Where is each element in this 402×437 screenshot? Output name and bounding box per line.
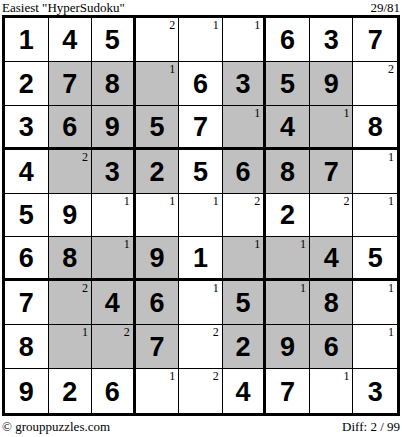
cell-r5c9[interactable]: 1 [353,194,397,238]
cell-value: 5 [19,200,34,229]
cell-r4c2[interactable]: 2 [49,150,93,194]
cell-r1c8[interactable]: 3 [310,18,354,62]
cell-r5c3[interactable]: 1 [92,194,136,238]
cell-r2c3[interactable]: 8 [92,62,136,106]
cell-value: 6 [193,69,208,98]
pencil-mark: 1 [388,281,394,295]
cell-value: 4 [19,157,34,186]
cell-r5c8[interactable]: 2 [310,194,354,238]
cell-r4c7[interactable]: 8 [266,150,310,194]
cell-value: 1 [19,25,34,54]
cell-r7c4[interactable]: 6 [136,281,180,325]
cell-value: 7 [19,288,34,317]
cell-r3c8[interactable]: 1 [310,106,354,150]
pencil-mark: 1 [169,194,175,208]
cell-value: 3 [105,157,120,186]
cell-r1c9[interactable]: 7 [353,18,397,62]
cell-r9c1[interactable]: 9 [5,369,49,413]
cell-r8c6[interactable]: 2 [223,325,267,369]
pencil-mark: 2 [213,369,219,383]
cell-r5c5[interactable]: 1 [179,194,223,238]
cell-value: 7 [62,69,77,98]
cell-r5c2[interactable]: 9 [49,194,93,238]
cell-value: 2 [236,332,251,361]
cell-r6c3[interactable]: 1 [92,237,136,281]
cell-r4c8[interactable]: 7 [310,150,354,194]
cell-r9c6[interactable]: 4 [223,369,267,413]
cell-r6c2[interactable]: 8 [49,237,93,281]
cell-value: 4 [236,377,251,406]
cell-r1c7[interactable]: 6 [266,18,310,62]
pencil-mark: 2 [388,62,394,76]
cell-r7c5[interactable]: 1 [179,281,223,325]
cell-value: 5 [280,69,295,98]
cell-r1c4[interactable]: 2 [136,18,180,62]
cell-value: 7 [149,332,164,361]
pencil-mark: 1 [388,150,394,164]
cell-r7c6[interactable]: 5 [223,281,267,325]
cell-value: 6 [324,332,339,361]
cell-value: 8 [62,243,77,272]
cell-r9c9[interactable]: 3 [353,369,397,413]
pencil-mark: 1 [124,237,130,251]
cell-r2c7[interactable]: 5 [266,62,310,106]
cell-value: 3 [236,69,251,98]
cell-r4c3[interactable]: 3 [92,150,136,194]
pencil-mark: 1 [169,62,175,76]
cell-value: 6 [62,112,77,141]
cell-value: 2 [62,377,77,406]
cell-value: 2 [149,157,164,186]
cell-r8c4[interactable]: 7 [136,325,180,369]
pencil-mark: 1 [169,369,175,383]
cell-value: 3 [324,25,339,54]
cell-value: 4 [324,243,339,272]
pencil-mark: 1 [343,106,349,120]
footer: © grouppuzzles.com Diff: 2 / 99 [0,416,402,437]
cell-r5c1[interactable]: 5 [5,194,49,238]
cell-r5c6[interactable]: 2 [223,194,267,238]
cell-r9c7[interactable]: 7 [266,369,310,413]
cell-r2c9[interactable]: 2 [353,62,397,106]
cell-value: 5 [149,112,164,141]
cell-r2c2[interactable]: 7 [49,62,93,106]
cell-r2c6[interactable]: 3 [223,62,267,106]
cell-value: 7 [280,377,295,406]
pencil-mark: 1 [343,369,349,383]
cell-value: 6 [19,243,34,272]
pencil-mark: 1 [388,325,394,339]
pencil-mark: 1 [300,237,306,251]
cell-r5c4[interactable]: 1 [136,194,180,238]
cell-r8c1[interactable]: 8 [5,325,49,369]
cell-r3c4[interactable]: 5 [136,106,180,150]
cell-value: 4 [280,112,295,141]
cell-r7c1[interactable]: 7 [5,281,49,325]
cell-value: 8 [19,332,34,361]
cell-r3c3[interactable]: 9 [92,106,136,150]
pencil-mark: 2 [213,325,219,339]
pencil-mark: 1 [124,194,130,208]
cell-r3c1[interactable]: 3 [5,106,49,150]
cell-r1c3[interactable]: 5 [92,18,136,62]
pencil-mark: 2 [343,194,349,208]
header: Easiest "HyperSudoku" 29/81 [0,0,402,15]
cell-value: 5 [193,157,208,186]
pencil-mark: 1 [388,194,394,208]
cell-r9c2[interactable]: 2 [49,369,93,413]
cell-value: 9 [324,69,339,98]
cell-r6c6[interactable]: 1 [223,237,267,281]
cell-value: 3 [368,377,383,406]
cell-r1c6[interactable]: 1 [223,18,267,62]
pencil-mark: 2 [124,325,130,339]
sudoku-board: 1452116372781635923695714184232568715911… [2,15,400,416]
sudoku-page: Easiest "HyperSudoku" 29/81 145211637278… [0,0,402,437]
pencil-mark: 2 [254,194,260,208]
cell-value: 5 [236,288,251,317]
cell-r9c5[interactable]: 2 [179,369,223,413]
cell-r4c5[interactable]: 5 [179,150,223,194]
cell-value: 4 [62,25,77,54]
cell-r9c8[interactable]: 1 [310,369,354,413]
cell-r2c1[interactable]: 2 [5,62,49,106]
pencil-mark: 1 [213,194,219,208]
cell-r6c7[interactable]: 1 [266,237,310,281]
cell-r8c9[interactable]: 1 [353,325,397,369]
cell-value: 5 [105,25,120,54]
cell-value: 8 [105,69,120,98]
cell-r1c2[interactable]: 4 [49,18,93,62]
pencil-mark: 1 [254,237,260,251]
cell-value: 2 [280,200,295,229]
cell-r7c3[interactable]: 4 [92,281,136,325]
puzzle-title: Easiest "HyperSudoku" [2,1,125,15]
cell-value: 7 [193,112,208,141]
cell-r6c1[interactable]: 6 [5,237,49,281]
cell-value: 4 [105,288,120,317]
pencil-mark: 1 [82,325,88,339]
cell-r3c6[interactable]: 1 [223,106,267,150]
cell-r6c5[interactable]: 1 [179,237,223,281]
cell-r7c7[interactable]: 1 [266,281,310,325]
cell-r8c3[interactable]: 2 [92,325,136,369]
cell-value: 7 [324,157,339,186]
cell-r3c5[interactable]: 7 [179,106,223,150]
cell-r1c5[interactable]: 1 [179,18,223,62]
cell-r7c9[interactable]: 1 [353,281,397,325]
cell-r8c7[interactable]: 9 [266,325,310,369]
difficulty: Diff: 2 / 99 [342,420,400,434]
cell-r4c6[interactable]: 6 [223,150,267,194]
cell-value: 9 [280,332,295,361]
cell-r6c8[interactable]: 4 [310,237,354,281]
cell-value: 9 [62,200,77,229]
copyright: © grouppuzzles.com [2,420,110,434]
pencil-mark: 2 [82,150,88,164]
pencil-mark: 1 [213,281,219,295]
cell-value: 2 [19,69,34,98]
cell-r5c7[interactable]: 2 [266,194,310,238]
cell-r9c4[interactable]: 1 [136,369,180,413]
cell-value: 8 [324,288,339,317]
pencil-mark: 1 [254,18,260,32]
cell-r8c8[interactable]: 6 [310,325,354,369]
cell-value: 8 [368,112,383,141]
cell-value: 6 [236,157,251,186]
cell-value: 7 [368,25,383,54]
pencil-mark: 1 [213,18,219,32]
cell-r3c9[interactable]: 8 [353,106,397,150]
cell-r4c4[interactable]: 2 [136,150,180,194]
cell-r4c9[interactable]: 1 [353,150,397,194]
cell-value: 8 [280,157,295,186]
cell-r4c1[interactable]: 4 [5,150,49,194]
pencil-mark: 2 [82,281,88,295]
pencil-mark: 2 [169,18,175,32]
cell-value: 9 [19,377,34,406]
cell-r2c8[interactable]: 9 [310,62,354,106]
cell-r9c3[interactable]: 6 [92,369,136,413]
progress-counter: 29/81 [370,1,400,15]
cell-value: 1 [193,243,208,272]
cell-r2c4[interactable]: 1 [136,62,180,106]
cell-r2c5[interactable]: 6 [179,62,223,106]
cell-value: 6 [149,288,164,317]
cell-r3c7[interactable]: 4 [266,106,310,150]
cell-r6c4[interactable]: 9 [136,237,180,281]
cell-value: 3 [19,112,34,141]
cell-r6c9[interactable]: 5 [353,237,397,281]
cell-r3c2[interactable]: 6 [49,106,93,150]
cell-r8c5[interactable]: 2 [179,325,223,369]
cell-r1c1[interactable]: 1 [5,18,49,62]
cell-r7c8[interactable]: 8 [310,281,354,325]
cell-value: 6 [105,377,120,406]
cell-r8c2[interactable]: 1 [49,325,93,369]
cell-r7c2[interactable]: 2 [49,281,93,325]
cell-value: 5 [368,243,383,272]
pencil-mark: 1 [300,281,306,295]
cell-value: 9 [105,112,120,141]
cell-value: 9 [149,243,164,272]
pencil-mark: 1 [254,106,260,120]
cell-value: 6 [280,25,295,54]
